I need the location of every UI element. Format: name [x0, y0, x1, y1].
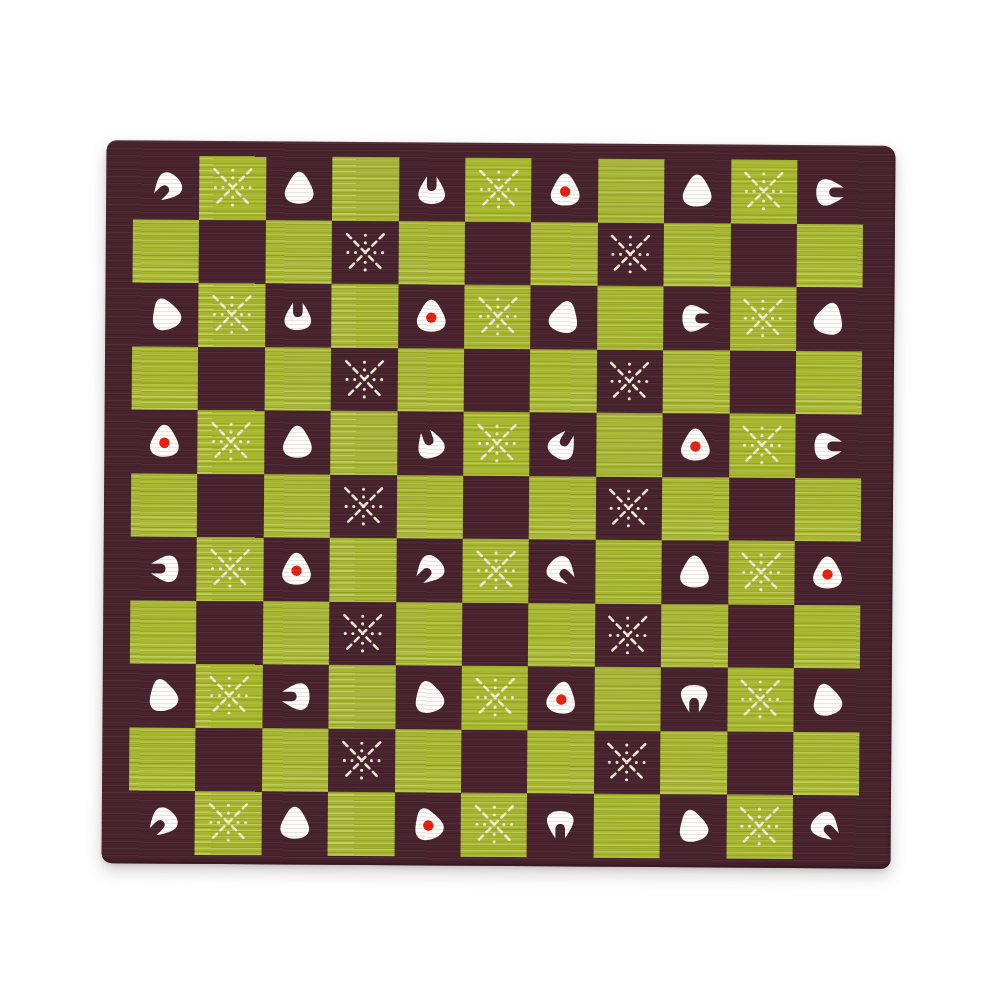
board-cell — [331, 347, 398, 411]
stitch-dot — [492, 813, 495, 816]
cross-stitch-motif — [733, 801, 786, 852]
cross-stitch-motif — [601, 609, 654, 660]
board-cell — [529, 539, 596, 603]
umeboshi-dot — [690, 441, 700, 451]
board-cell — [463, 412, 530, 476]
stitch-dot — [362, 487, 365, 490]
stitch-dot — [495, 432, 498, 435]
stitch-dot — [758, 842, 761, 845]
bite-notch — [555, 824, 565, 845]
stitch-dot — [371, 505, 374, 508]
stitch-dot — [496, 298, 499, 301]
stitch-dot — [504, 569, 507, 572]
board-cell — [129, 727, 196, 791]
umeboshi-onigiri-icon — [538, 674, 585, 722]
stitch-dot — [645, 507, 648, 510]
cross-stitch-motif — [338, 354, 391, 405]
board-cell — [332, 157, 399, 221]
stitch-dot — [212, 440, 215, 443]
board-cell — [129, 790, 196, 854]
stitch-dot — [610, 506, 613, 509]
board-cell — [465, 158, 532, 222]
bitten-onigiri-icon — [542, 806, 579, 844]
board-cell — [395, 665, 462, 729]
stitch-dot — [228, 704, 231, 707]
bitten-onigiri-icon — [799, 801, 852, 854]
board-cell — [460, 793, 527, 857]
stitch-dot — [512, 442, 515, 445]
stitch-dot — [629, 243, 632, 246]
board-cell — [130, 600, 197, 664]
stitch-dot — [776, 698, 779, 701]
stitch-dot — [753, 190, 756, 193]
board-cell — [795, 414, 862, 478]
stitch-dot — [343, 759, 346, 762]
onigiri-body — [680, 556, 709, 588]
board-cell — [794, 541, 861, 605]
stitch-dot — [486, 315, 489, 318]
stitch-dot — [484, 696, 487, 699]
onigiri-body — [285, 172, 314, 204]
stitch-dot — [380, 378, 383, 381]
stitch-dot — [761, 434, 764, 437]
stitch-dot — [213, 313, 216, 316]
board-cell — [329, 601, 396, 665]
stitch-dot — [231, 196, 234, 199]
board-cell — [660, 794, 727, 858]
bitten-onigiri-icon — [280, 296, 317, 334]
stitch-dot — [378, 632, 381, 635]
cross-stitch-motif — [335, 735, 388, 786]
stitch-dot — [344, 505, 347, 508]
board-cell — [195, 727, 262, 791]
stitch-dot — [759, 708, 762, 711]
board-cell — [131, 409, 198, 473]
stitch-dot — [370, 759, 373, 762]
board — [129, 155, 864, 859]
onigiri-body — [675, 807, 711, 845]
board-cell — [794, 605, 861, 669]
board-cell — [528, 666, 595, 730]
stitch-dot — [762, 173, 765, 176]
stitch-dot — [236, 821, 239, 824]
stitch-dot — [362, 495, 365, 498]
bite-notch — [427, 170, 437, 191]
stitch-dot — [759, 715, 762, 718]
board-cell — [664, 159, 731, 223]
stitch-dot — [220, 440, 223, 443]
board-cell — [395, 602, 462, 666]
stitch-dot — [210, 694, 213, 697]
stitch-dot — [637, 507, 640, 510]
board-cell — [527, 793, 594, 857]
stitch-dot — [768, 698, 771, 701]
umeboshi-onigiri-icon — [807, 552, 847, 593]
onigiri-icon — [138, 671, 187, 721]
stitch-dot — [244, 821, 247, 824]
stitch-dot — [611, 379, 614, 382]
stitch-dot — [628, 397, 631, 400]
onigiri-body — [410, 678, 446, 716]
stitch-dot — [761, 327, 764, 330]
stitch-dot — [245, 694, 248, 697]
stitch-dot — [350, 759, 353, 762]
onigiri-icon — [275, 803, 315, 844]
stitch-dot — [360, 776, 363, 779]
stitch-dot — [758, 808, 761, 811]
bitten-onigiri-icon — [677, 299, 715, 336]
stitch-dot — [228, 585, 231, 588]
cross-stitch-motif — [468, 672, 521, 723]
bite-notch — [145, 563, 166, 573]
stitch-dot — [762, 200, 765, 203]
stitch-dot — [742, 571, 745, 574]
stitch-dot — [646, 380, 649, 383]
stitch-dot — [230, 323, 233, 326]
stitch-dot — [514, 188, 517, 191]
board-cell — [396, 475, 463, 539]
board-cell — [332, 220, 399, 284]
stitch-dot — [626, 751, 629, 754]
stitch-dot — [762, 180, 765, 183]
stitch-dot — [240, 313, 243, 316]
board-cell — [464, 348, 531, 412]
stitch-dot — [627, 516, 630, 519]
stitch-dot — [363, 387, 366, 390]
board-cell — [195, 791, 262, 855]
board-cell — [394, 792, 461, 856]
umeboshi-onigiri-icon — [676, 424, 716, 465]
stitch-dot — [230, 423, 233, 426]
stitch-dot — [228, 577, 231, 580]
cross-stitch-motif — [337, 481, 390, 532]
board-cell — [663, 286, 730, 350]
stitch-dot — [494, 552, 497, 555]
board-cell — [795, 478, 862, 542]
board-cell — [596, 349, 663, 413]
stitch-dot — [495, 452, 498, 455]
stitch-dot — [628, 370, 631, 373]
stitch-dot — [246, 567, 249, 570]
board-cell — [198, 410, 265, 474]
stitch-dot — [363, 268, 366, 271]
stitch-dot — [635, 761, 638, 764]
umeboshi-onigiri-icon — [402, 798, 453, 850]
stitch-dot — [230, 296, 233, 299]
cross-stitch-motif — [600, 736, 653, 787]
stitch-dot — [361, 614, 364, 617]
cross-stitch-motif — [602, 482, 655, 533]
board-cell — [663, 350, 730, 414]
stitch-dot — [222, 186, 225, 189]
stitch-dot — [362, 522, 365, 525]
bitten-onigiri-icon — [276, 678, 314, 715]
stitch-dot — [477, 569, 480, 572]
umeboshi-onigiri-icon — [276, 549, 316, 590]
stitch-dot — [379, 505, 382, 508]
cross-stitch-motif — [737, 166, 790, 217]
board-cell — [529, 476, 596, 540]
board-cell — [728, 541, 795, 605]
stitch-dot — [364, 233, 367, 236]
stitch-dot — [768, 825, 771, 828]
stitch-dot — [626, 651, 629, 654]
board-cell — [597, 222, 664, 286]
cross-stitch-motif — [204, 416, 257, 467]
board-cell — [199, 219, 266, 283]
stitch-dot — [628, 362, 631, 365]
board-cell — [528, 603, 595, 667]
stitch-dot — [608, 760, 611, 763]
board-cell — [595, 603, 662, 667]
stitch-dot — [372, 378, 375, 381]
board-cell — [133, 219, 200, 283]
board-cell — [730, 223, 797, 287]
stitch-dot — [772, 190, 775, 193]
stitch-dot — [230, 331, 233, 334]
stitch-dot — [241, 186, 244, 189]
stitch-dot — [361, 641, 364, 644]
onigiri-icon — [677, 170, 717, 211]
stitch-dot — [229, 458, 232, 461]
board-cell — [793, 668, 860, 732]
stitch-dot — [214, 186, 217, 189]
bitten-onigiri-icon — [811, 173, 849, 210]
board-cell — [330, 474, 397, 538]
cross-stitch-motif — [472, 164, 525, 215]
board-cell — [130, 536, 197, 600]
board-cell — [197, 473, 264, 537]
stitch-dot — [626, 743, 629, 746]
board-cell — [398, 221, 465, 285]
umeboshi-onigiri-icon — [411, 296, 451, 337]
stitch-dot — [778, 444, 781, 447]
umeboshi-dot — [559, 187, 569, 197]
stitch-dot — [492, 833, 495, 836]
stitch-dot — [247, 440, 250, 443]
board-cell — [595, 540, 662, 604]
stitch-dot — [646, 253, 649, 256]
stitch-dot — [748, 825, 751, 828]
cross-stitch-motif — [205, 289, 258, 340]
stitch-dot — [502, 823, 505, 826]
board-cell — [262, 728, 329, 792]
onigiri-icon — [279, 168, 319, 209]
stitch-dot — [345, 378, 348, 381]
stitch-dot — [762, 207, 765, 210]
onigiri-icon — [140, 288, 191, 340]
board-cell — [727, 668, 794, 732]
stitch-dot — [752, 317, 755, 320]
stitch-dot — [209, 821, 212, 824]
board-cell — [664, 223, 731, 287]
board-cell — [264, 410, 331, 474]
board-cell — [464, 285, 531, 349]
cross-stitch-motif — [603, 355, 656, 406]
board-cell — [598, 159, 665, 223]
board-cell — [792, 795, 859, 859]
board-cell — [328, 728, 395, 792]
board-cell — [395, 729, 462, 793]
stitch-dot — [779, 317, 782, 320]
stitch-dot — [513, 315, 516, 318]
stitch-dot — [371, 632, 374, 635]
stitch-dot — [227, 839, 230, 842]
stitch-dot — [354, 251, 357, 254]
stitch-dot — [231, 169, 234, 172]
stitch-dot — [741, 825, 744, 828]
stitch-dot — [628, 389, 631, 392]
stitch-dot — [479, 188, 482, 191]
stitch-dot — [749, 698, 752, 701]
board-cell — [397, 411, 464, 475]
stitch-dot — [758, 835, 761, 838]
umeboshi-onigiri-icon — [545, 170, 585, 211]
stitch-dot — [360, 749, 363, 752]
stitch-dot — [625, 778, 628, 781]
onigiri-icon — [802, 675, 851, 725]
stitch-dot — [780, 190, 783, 193]
bitten-onigiri-icon — [145, 550, 183, 587]
cross-stitch-motif — [734, 674, 787, 725]
onigiri-body — [683, 175, 712, 207]
stitch-dot — [483, 823, 486, 826]
stitch-dot — [493, 679, 496, 682]
stitch-dot — [377, 759, 380, 762]
board-cell — [265, 283, 332, 347]
stitch-dot — [496, 305, 499, 308]
cross-stitch-motif — [203, 543, 256, 594]
stitch-dot — [238, 567, 241, 570]
board-cell — [662, 477, 729, 541]
stitch-dot — [759, 688, 762, 691]
board-cell — [595, 476, 662, 540]
board-cell — [263, 601, 330, 665]
stitch-dot — [627, 497, 630, 500]
stitch-dot — [479, 315, 482, 318]
stitch-dot — [494, 586, 497, 589]
stitch-dot — [497, 205, 500, 208]
board-cell — [463, 475, 530, 539]
stitch-dot — [745, 190, 748, 193]
stitch-dot — [644, 634, 647, 637]
bitten-onigiri-icon — [537, 418, 588, 469]
stitch-dot — [760, 561, 763, 564]
onigiri-body — [280, 807, 309, 839]
board-cell — [133, 155, 200, 219]
board-cell — [199, 156, 266, 220]
stitch-dot — [363, 360, 366, 363]
stitch-dot — [494, 559, 497, 562]
board-cell — [131, 473, 198, 537]
stitch-dot — [360, 768, 363, 771]
cross-stitch-motif — [338, 227, 391, 278]
bitten-onigiri-icon — [675, 680, 712, 718]
stitch-dot — [249, 186, 252, 189]
stitch-dot — [769, 571, 772, 574]
stitch-dot — [741, 698, 744, 701]
stitch-dot — [497, 171, 500, 174]
stitch-dot — [626, 624, 629, 627]
stitch-dot — [360, 741, 363, 744]
board-cell — [464, 221, 531, 285]
stitch-dot — [230, 304, 233, 307]
board-cell — [461, 666, 528, 730]
cross-stitch-motif — [470, 418, 523, 469]
board-cell — [329, 665, 396, 729]
stitch-dot — [219, 567, 222, 570]
board-cell — [129, 663, 196, 727]
stitch-dot — [511, 696, 514, 699]
stitch-dot — [760, 454, 763, 457]
umeboshi-dot — [159, 438, 169, 448]
bite-notch — [293, 296, 303, 317]
bite-notch — [689, 698, 699, 719]
onigiri-body — [146, 294, 184, 334]
bitten-onigiri-icon — [135, 796, 188, 849]
stitch-dot — [346, 251, 349, 254]
stitch-dot — [494, 579, 497, 582]
board-cell — [729, 414, 796, 478]
stitch-dot — [750, 571, 753, 574]
board-cell — [264, 347, 331, 411]
stitch-dot — [363, 260, 366, 263]
board-cell — [461, 729, 528, 793]
stitch-dot — [511, 569, 514, 572]
board-cell — [530, 412, 597, 476]
stitch-dot — [626, 643, 629, 646]
stitch-dot — [364, 241, 367, 244]
stitch-dot — [775, 825, 778, 828]
stitch-dot — [761, 307, 764, 310]
stitch-dot — [227, 831, 230, 834]
cross-stitch-motif — [469, 545, 522, 596]
onigiri-icon — [404, 672, 453, 722]
stitch-dot — [237, 694, 240, 697]
stitch-dot — [510, 823, 513, 826]
bitten-onigiri-icon — [413, 170, 450, 208]
board-cell — [530, 349, 597, 413]
onigiri-icon — [805, 294, 854, 344]
stitch-dot — [627, 616, 630, 619]
board-cell — [132, 346, 199, 410]
board-cell — [796, 224, 863, 288]
cross-stitch-motif — [467, 799, 520, 850]
board-cell — [593, 794, 660, 858]
stitch-dot — [629, 270, 632, 273]
stitch-dot — [344, 632, 347, 635]
umeboshi-dot — [426, 313, 436, 323]
stitch-dot — [619, 380, 622, 383]
board-cell — [264, 474, 331, 538]
stitch-dot — [229, 550, 232, 553]
board-cell — [796, 351, 863, 415]
stitch-dot — [639, 253, 642, 256]
stitch-dot — [229, 431, 232, 434]
board-cell — [198, 283, 265, 347]
cross-stitch-motif — [336, 608, 389, 659]
stitch-dot — [492, 840, 495, 843]
board-cell — [727, 604, 794, 668]
stitch-dot — [478, 442, 481, 445]
board-cell — [331, 284, 398, 348]
cross-stitch-motif — [736, 293, 789, 344]
cross-stitch-motif — [202, 797, 255, 848]
board-cell — [198, 346, 265, 410]
stitch-dot — [211, 567, 214, 570]
onigiri-body — [145, 676, 181, 714]
stitch-dot — [503, 696, 506, 699]
